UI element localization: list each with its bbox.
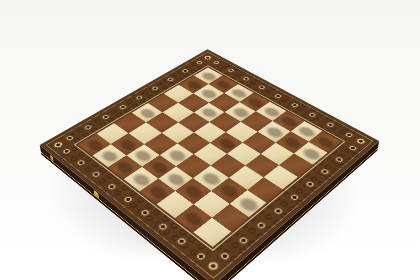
chess-board: ♜♞♝♛♚♝♞♜♟♟♟♟♟♟♟♟♟♝♞♟♟♟♟♟♟♟♜♞♝♛♚♜ bbox=[40, 49, 379, 280]
brass-latch-small bbox=[50, 154, 54, 161]
perspective-scene: ♜♞♝♛♚♝♞♜♟♟♟♟♟♟♟♟♟♝♞♟♟♟♟♟♟♟♜♞♝♛♚♜ bbox=[0, 0, 420, 280]
playing-area: ♜♞♝♛♚♝♞♜♟♟♟♟♟♟♟♟♟♝♞♟♟♟♟♟♟♟♜♞♝♛♚♜ bbox=[78, 67, 341, 247]
product-photo: ♜♞♝♛♚♝♞♜♟♟♟♟♟♟♟♟♟♝♞♟♟♟♟♟♟♟♜♞♝♛♚♜ bbox=[0, 0, 420, 280]
board-top-face: ♜♞♝♛♚♝♞♜♟♟♟♟♟♟♟♟♟♝♞♟♟♟♟♟♟♟♜♞♝♛♚♜ bbox=[40, 49, 379, 280]
